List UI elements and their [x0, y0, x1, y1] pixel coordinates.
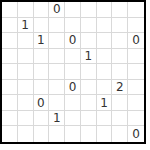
cell-empty[interactable] — [18, 2, 34, 18]
cell-empty[interactable] — [18, 111, 34, 127]
clue-number: 0 — [69, 34, 77, 46]
cell-empty[interactable] — [97, 126, 113, 142]
clue-number: 1 — [100, 97, 108, 109]
cell-empty[interactable] — [97, 111, 113, 127]
cell-empty[interactable] — [2, 95, 18, 111]
cell-empty[interactable] — [112, 33, 128, 49]
cell-clue: 1 — [81, 49, 97, 65]
clue-number: 0 — [53, 3, 61, 15]
cell-empty[interactable] — [97, 49, 113, 65]
puzzle-page: 011001020110 — [0, 0, 150, 150]
cell-clue: 0 — [65, 80, 81, 96]
cell-empty[interactable] — [34, 80, 50, 96]
cell-clue: 0 — [65, 33, 81, 49]
cell-empty[interactable] — [65, 95, 81, 111]
cell-empty[interactable] — [81, 18, 97, 34]
cell-empty[interactable] — [112, 95, 128, 111]
cell-empty[interactable] — [128, 111, 144, 127]
cell-empty[interactable] — [81, 33, 97, 49]
clue-number: 0 — [69, 81, 77, 93]
cell-empty[interactable] — [97, 64, 113, 80]
cell-empty[interactable] — [18, 126, 34, 142]
cell-clue: 0 — [34, 95, 50, 111]
cell-empty[interactable] — [49, 49, 65, 65]
cell-empty[interactable] — [34, 126, 50, 142]
cell-clue: 0 — [128, 33, 144, 49]
cell-empty[interactable] — [65, 111, 81, 127]
cell-empty[interactable] — [49, 33, 65, 49]
cell-empty[interactable] — [97, 80, 113, 96]
cell-empty[interactable] — [65, 49, 81, 65]
cell-empty[interactable] — [2, 111, 18, 127]
cell-clue: 1 — [34, 33, 50, 49]
puzzle-board: 011001020110 — [0, 0, 146, 144]
cell-empty[interactable] — [34, 49, 50, 65]
cell-empty[interactable] — [81, 2, 97, 18]
cell-empty[interactable] — [112, 126, 128, 142]
cell-empty[interactable] — [2, 80, 18, 96]
cell-empty[interactable] — [112, 2, 128, 18]
cell-empty[interactable] — [97, 2, 113, 18]
clue-number: 0 — [132, 34, 140, 46]
cell-empty[interactable] — [49, 95, 65, 111]
cell-empty[interactable] — [2, 126, 18, 142]
cell-empty[interactable] — [128, 2, 144, 18]
cell-empty[interactable] — [128, 18, 144, 34]
cell-empty[interactable] — [2, 64, 18, 80]
cell-empty[interactable] — [65, 2, 81, 18]
cell-empty[interactable] — [65, 18, 81, 34]
cell-empty[interactable] — [2, 33, 18, 49]
cell-empty[interactable] — [81, 126, 97, 142]
cell-clue: 0 — [128, 126, 144, 142]
cell-empty[interactable] — [2, 18, 18, 34]
cell-empty[interactable] — [112, 64, 128, 80]
cell-empty[interactable] — [2, 2, 18, 18]
cell-empty[interactable] — [34, 111, 50, 127]
cell-empty[interactable] — [65, 64, 81, 80]
cell-empty[interactable] — [81, 95, 97, 111]
cell-empty[interactable] — [49, 18, 65, 34]
clue-number: 0 — [37, 97, 45, 109]
cell-empty[interactable] — [2, 49, 18, 65]
clue-number: 1 — [21, 19, 29, 31]
cell-empty[interactable] — [112, 111, 128, 127]
cell-empty[interactable] — [128, 95, 144, 111]
cell-empty[interactable] — [49, 80, 65, 96]
cell-empty[interactable] — [18, 95, 34, 111]
cell-clue: 1 — [49, 111, 65, 127]
cell-empty[interactable] — [34, 2, 50, 18]
cell-empty[interactable] — [128, 64, 144, 80]
cell-empty[interactable] — [18, 64, 34, 80]
clue-number: 1 — [37, 34, 45, 46]
cell-empty[interactable] — [128, 49, 144, 65]
cell-empty[interactable] — [81, 111, 97, 127]
cell-clue: 0 — [49, 2, 65, 18]
cell-empty[interactable] — [112, 18, 128, 34]
cell-clue: 2 — [112, 80, 128, 96]
cell-empty[interactable] — [128, 80, 144, 96]
cell-empty[interactable] — [34, 18, 50, 34]
clue-number: 2 — [116, 81, 124, 93]
cell-empty[interactable] — [97, 33, 113, 49]
cell-empty[interactable] — [112, 49, 128, 65]
cell-empty[interactable] — [81, 80, 97, 96]
clue-number: 0 — [132, 128, 140, 140]
cell-clue: 1 — [97, 95, 113, 111]
cell-empty[interactable] — [65, 126, 81, 142]
cell-empty[interactable] — [49, 126, 65, 142]
cell-empty[interactable] — [81, 64, 97, 80]
cell-empty[interactable] — [97, 18, 113, 34]
cell-empty[interactable] — [18, 33, 34, 49]
cell-empty[interactable] — [18, 49, 34, 65]
cell-clue: 1 — [18, 18, 34, 34]
cell-empty[interactable] — [18, 80, 34, 96]
clue-number: 1 — [53, 112, 61, 124]
cell-empty[interactable] — [49, 64, 65, 80]
cell-empty[interactable] — [34, 64, 50, 80]
clue-number: 1 — [84, 50, 92, 62]
